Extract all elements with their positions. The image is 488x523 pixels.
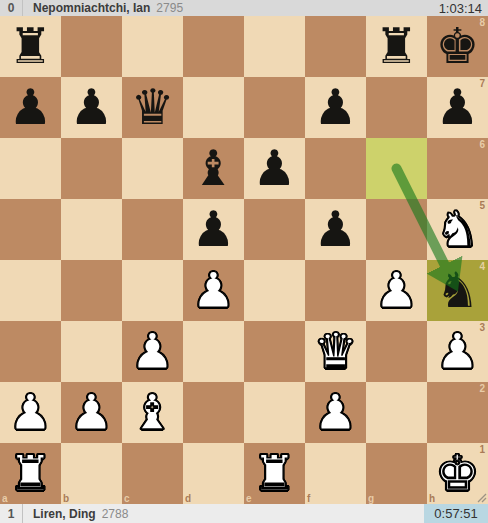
square-f7[interactable]: ♟: [305, 77, 366, 138]
square-h2[interactable]: 2: [427, 382, 488, 443]
square-h6[interactable]: 6: [427, 138, 488, 199]
square-c4[interactable]: [122, 260, 183, 321]
square-e3[interactable]: [244, 321, 305, 382]
white-pawn[interactable]: ♟: [427, 321, 488, 382]
square-a4[interactable]: [0, 260, 61, 321]
square-f1[interactable]: f: [305, 443, 366, 504]
square-h3[interactable]: ♟3: [427, 321, 488, 382]
black-pawn[interactable]: ♟: [427, 77, 488, 138]
square-c8[interactable]: [122, 16, 183, 77]
square-g6[interactable]: [366, 138, 427, 199]
square-e1[interactable]: ♜e: [244, 443, 305, 504]
square-g8[interactable]: ♜: [366, 16, 427, 77]
square-b6[interactable]: [61, 138, 122, 199]
white-rook[interactable]: ♜: [244, 443, 305, 504]
square-d1[interactable]: d: [183, 443, 244, 504]
player-name-bottom[interactable]: Liren, Ding: [33, 508, 96, 520]
white-bishop[interactable]: ♝: [122, 382, 183, 443]
square-e5[interactable]: [244, 199, 305, 260]
bar-separator: [22, 504, 23, 523]
black-rook[interactable]: ♜: [0, 16, 61, 77]
black-pawn[interactable]: ♟: [244, 138, 305, 199]
square-e6[interactable]: ♟: [244, 138, 305, 199]
match-score-bottom: 1: [0, 508, 22, 520]
square-a6[interactable]: [0, 138, 61, 199]
square-g1[interactable]: g: [366, 443, 427, 504]
black-pawn[interactable]: ♟: [305, 199, 366, 260]
square-c3[interactable]: ♟: [122, 321, 183, 382]
rank-label-6: 6: [479, 139, 485, 150]
match-score-top: 0: [0, 2, 22, 14]
square-b3[interactable]: [61, 321, 122, 382]
file-label-d: d: [185, 493, 191, 504]
file-label-b: b: [63, 493, 69, 504]
square-h8[interactable]: ♚8: [427, 16, 488, 77]
black-pawn[interactable]: ♟: [0, 77, 61, 138]
chess-board[interactable]: ♜♜♚8♟♟♛♟♟7♝♟6♟♟♞5♟♟♞4♟♛♟3♟♟♝♟2♜abcd♜efg♚…: [0, 16, 488, 504]
black-queen[interactable]: ♛: [122, 77, 183, 138]
square-a5[interactable]: [0, 199, 61, 260]
square-e2[interactable]: [244, 382, 305, 443]
black-pawn[interactable]: ♟: [61, 77, 122, 138]
white-pawn[interactable]: ♟: [0, 382, 61, 443]
square-f3[interactable]: ♛: [305, 321, 366, 382]
black-bishop[interactable]: ♝: [183, 138, 244, 199]
white-knight[interactable]: ♞: [427, 199, 488, 260]
square-g5[interactable]: [366, 199, 427, 260]
square-a8[interactable]: ♜: [0, 16, 61, 77]
white-queen[interactable]: ♛: [305, 321, 366, 382]
board-resize-handle[interactable]: [475, 491, 487, 503]
square-d4[interactable]: ♟: [183, 260, 244, 321]
square-c1[interactable]: c: [122, 443, 183, 504]
square-d3[interactable]: [183, 321, 244, 382]
square-e4[interactable]: [244, 260, 305, 321]
square-f4[interactable]: [305, 260, 366, 321]
square-b5[interactable]: [61, 199, 122, 260]
square-a7[interactable]: ♟: [0, 77, 61, 138]
square-b4[interactable]: [61, 260, 122, 321]
rank-label-2: 2: [479, 383, 485, 394]
player-bar-bottom: 1 Liren, Ding 2788 0:57:51: [0, 504, 488, 523]
square-b1[interactable]: b: [61, 443, 122, 504]
square-c6[interactable]: [122, 138, 183, 199]
white-pawn[interactable]: ♟: [122, 321, 183, 382]
black-rook[interactable]: ♜: [366, 16, 427, 77]
square-f6[interactable]: [305, 138, 366, 199]
file-label-c: c: [124, 493, 130, 504]
square-h5[interactable]: ♞5: [427, 199, 488, 260]
file-label-g: g: [368, 493, 374, 504]
square-h7[interactable]: ♟7: [427, 77, 488, 138]
file-label-f: f: [307, 493, 310, 504]
white-pawn[interactable]: ♟: [61, 382, 122, 443]
black-pawn[interactable]: ♟: [183, 199, 244, 260]
square-a3[interactable]: [0, 321, 61, 382]
clock-bottom: 0:57:51: [424, 504, 488, 523]
chess-game-window: 0 Nepomniachtchi, Ian 2795 1:03:14 ♜♜♚8♟…: [0, 0, 488, 523]
bar-separator: [22, 0, 23, 16]
square-a2[interactable]: ♟: [0, 382, 61, 443]
white-pawn[interactable]: ♟: [305, 382, 366, 443]
square-e7[interactable]: [244, 77, 305, 138]
square-g2[interactable]: [366, 382, 427, 443]
square-b7[interactable]: ♟: [61, 77, 122, 138]
square-a1[interactable]: ♜a: [0, 443, 61, 504]
square-b8[interactable]: [61, 16, 122, 77]
player-bar-top: 0 Nepomniachtchi, Ian 2795 1:03:14: [0, 0, 488, 16]
square-g4[interactable]: ♟: [366, 260, 427, 321]
square-d8[interactable]: [183, 16, 244, 77]
square-e8[interactable]: [244, 16, 305, 77]
black-knight[interactable]: ♞: [427, 260, 488, 321]
player-rating-top: 2795: [156, 2, 183, 14]
square-d7[interactable]: [183, 77, 244, 138]
player-name-top[interactable]: Nepomniachtchi, Ian: [33, 2, 150, 14]
square-d2[interactable]: [183, 382, 244, 443]
square-c5[interactable]: [122, 199, 183, 260]
white-pawn[interactable]: ♟: [366, 260, 427, 321]
white-rook[interactable]: ♜: [0, 443, 61, 504]
square-c7[interactable]: ♛: [122, 77, 183, 138]
white-pawn[interactable]: ♟: [183, 260, 244, 321]
black-pawn[interactable]: ♟: [305, 77, 366, 138]
square-c2[interactable]: ♝: [122, 382, 183, 443]
square-g3[interactable]: [366, 321, 427, 382]
player-rating-bottom: 2788: [102, 508, 129, 520]
square-h4[interactable]: ♞4: [427, 260, 488, 321]
square-g7[interactable]: [366, 77, 427, 138]
clock-top: 1:03:14: [433, 0, 488, 16]
square-d6[interactable]: ♝: [183, 138, 244, 199]
square-d5[interactable]: ♟: [183, 199, 244, 260]
square-b2[interactable]: ♟: [61, 382, 122, 443]
square-f8[interactable]: [305, 16, 366, 77]
black-king[interactable]: ♚: [427, 16, 488, 77]
square-f5[interactable]: ♟: [305, 199, 366, 260]
square-f2[interactable]: ♟: [305, 382, 366, 443]
